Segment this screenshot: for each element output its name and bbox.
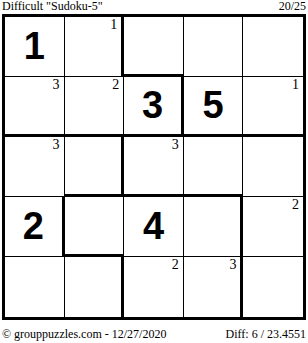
difficulty-text: Diff: 6 / 23.4551 xyxy=(226,327,306,341)
given-digit: 2 xyxy=(23,207,44,245)
cell-r4c4-region-D[interactable] xyxy=(243,257,303,317)
given-digit: 3 xyxy=(142,86,163,124)
footer: © grouppuzzles.com - 12/27/2020 Diff: 6 … xyxy=(2,325,306,341)
corner-mark: 3 xyxy=(229,257,236,273)
cell-r4c0-region-C[interactable] xyxy=(5,257,65,317)
given-digit: 4 xyxy=(143,207,164,245)
corner-mark: 2 xyxy=(112,77,119,93)
puzzle-title: Difficult "Sudoku-5" xyxy=(2,0,103,13)
cell-r3c3-region-E[interactable] xyxy=(184,197,244,257)
cell-r3c0-region-C[interactable]: 2 xyxy=(5,197,65,257)
corner-mark: 2 xyxy=(292,197,299,213)
corner-mark: 1 xyxy=(292,77,299,93)
cell-r1c0-region-A[interactable]: 3 xyxy=(5,77,65,137)
cell-r1c1-region-A[interactable]: 2 xyxy=(65,77,125,137)
cell-r1c4-region-B[interactable]: 1 xyxy=(243,77,303,137)
puzzle-page: Difficult "Sudoku-5" 20/25 1132351332422… xyxy=(0,0,308,343)
corner-mark: 3 xyxy=(53,77,60,93)
sudoku5-board: 11323513324223 xyxy=(2,14,306,320)
header: Difficult "Sudoku-5" 20/25 xyxy=(2,0,306,14)
cell-r0c0-region-A[interactable]: 1 xyxy=(5,17,65,77)
cell-r0c2-region-B[interactable] xyxy=(124,17,184,77)
corner-mark: 2 xyxy=(172,257,179,273)
cell-r2c1-region-C[interactable] xyxy=(65,137,125,197)
cell-r0c3-region-B[interactable] xyxy=(184,17,244,77)
corner-mark: 3 xyxy=(172,137,179,153)
given-digit: 1 xyxy=(24,27,45,65)
cell-r4c3-region-E[interactable]: 3 xyxy=(184,257,244,317)
cell-r0c4-region-B[interactable] xyxy=(243,17,303,77)
cell-r2c2-region-D[interactable]: 3 xyxy=(124,137,184,197)
cell-r4c2-region-E[interactable]: 2 xyxy=(124,257,184,317)
cell-r0c1-region-A[interactable]: 1 xyxy=(65,17,125,77)
cell-r2c3-region-D[interactable] xyxy=(184,137,244,197)
corner-mark: 1 xyxy=(110,17,117,33)
cell-r1c3-region-B[interactable]: 5 xyxy=(184,77,244,137)
puzzle-counter: 20/25 xyxy=(279,0,306,13)
corner-mark: 3 xyxy=(53,137,60,153)
copyright-text: © grouppuzzles.com - 12/27/2020 xyxy=(2,327,166,341)
given-digit: 5 xyxy=(203,86,224,124)
cell-r3c1-region-E[interactable] xyxy=(65,197,125,257)
cell-r2c0-region-C[interactable]: 3 xyxy=(5,137,65,197)
cell-r3c4-region-D[interactable]: 2 xyxy=(243,197,303,257)
cell-r3c2-region-E[interactable]: 4 xyxy=(124,197,184,257)
cell-r2c4-region-D[interactable] xyxy=(243,137,303,197)
cell-r4c1-region-C[interactable] xyxy=(65,257,125,317)
cell-r1c2-region-A[interactable]: 3 xyxy=(124,77,184,137)
